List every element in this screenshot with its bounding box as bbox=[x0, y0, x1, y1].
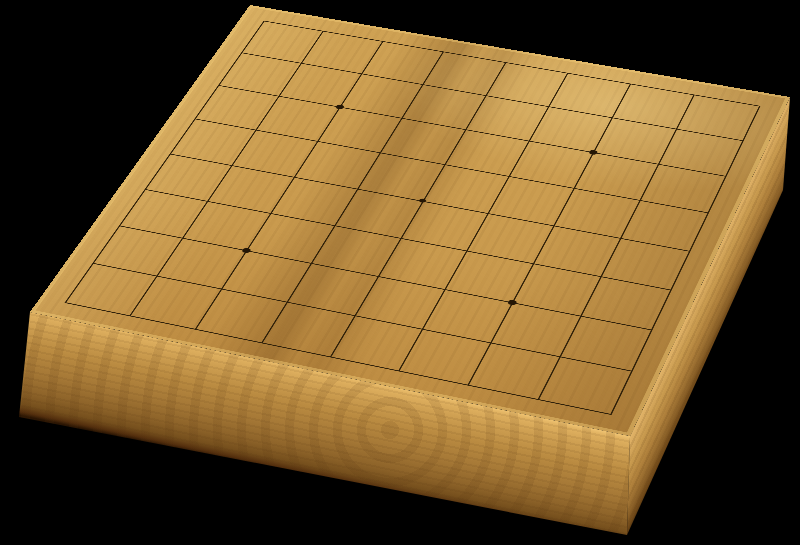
goban-photo-stage bbox=[0, 0, 800, 545]
